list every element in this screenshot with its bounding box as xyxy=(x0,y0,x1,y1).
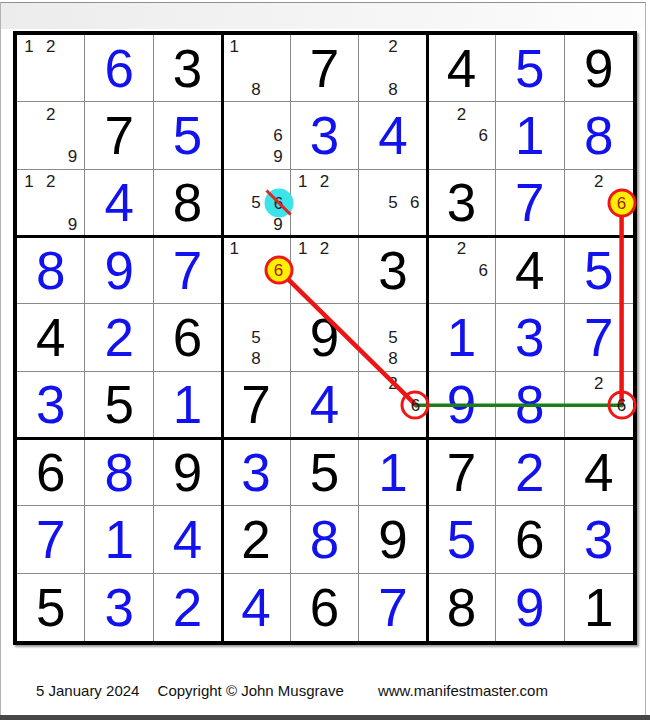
given-digit: 6 xyxy=(496,506,563,572)
solved-digit: 1 xyxy=(85,506,152,572)
given-digit: 6 xyxy=(291,574,358,641)
cell-r6c1[interactable]: 3 xyxy=(17,372,85,439)
solved-digit: 2 xyxy=(154,574,221,641)
candidate-9: 9 xyxy=(62,146,84,167)
cell-r2c3[interactable]: 5 xyxy=(154,102,222,169)
given-digit: 1 xyxy=(565,574,633,641)
solved-digit: 5 xyxy=(154,102,221,168)
given-digit: 8 xyxy=(428,574,495,641)
cell-r2c9[interactable]: 8 xyxy=(565,102,633,169)
candidate-2: 2 xyxy=(588,171,610,192)
window-top-strip xyxy=(1,2,645,29)
candidate-9: 9 xyxy=(62,214,84,235)
solved-digit: 3 xyxy=(17,372,84,438)
pencil-marks: 26 xyxy=(429,238,494,302)
given-digit: 4 xyxy=(428,35,495,101)
cell-r1c4[interactable]: 18 xyxy=(222,35,290,102)
sudoku-board: 1263187284592975693426181294859612563726… xyxy=(13,31,637,645)
cell-r4c7[interactable]: 26 xyxy=(428,237,496,304)
given-digit: 8 xyxy=(154,170,221,236)
solved-digit: 1 xyxy=(428,304,495,370)
cell-r7c3[interactable]: 9 xyxy=(154,439,222,506)
solved-digit: 8 xyxy=(565,102,633,168)
cell-r2c7[interactable]: 26 xyxy=(428,102,496,169)
cell-r8c7[interactable]: 5 xyxy=(428,506,496,573)
cell-r8c4[interactable]: 2 xyxy=(222,506,290,573)
given-digit: 2 xyxy=(222,506,289,572)
cell-r1c9[interactable]: 9 xyxy=(565,35,633,102)
solved-digit: 3 xyxy=(85,574,152,641)
solved-digit: 7 xyxy=(359,574,426,641)
given-digit: 3 xyxy=(359,237,426,303)
candidate-5: 5 xyxy=(245,327,267,348)
solved-digit: 8 xyxy=(291,506,358,572)
pencil-marks: 26 xyxy=(429,103,494,167)
candidate-2: 2 xyxy=(588,373,610,394)
footer-website[interactable]: www.manifestmaster.com xyxy=(378,682,548,699)
cell-r8c9[interactable]: 3 xyxy=(565,506,633,573)
candidate-8: 8 xyxy=(245,348,267,369)
solved-digit: 3 xyxy=(496,304,563,370)
solved-digit: 4 xyxy=(291,372,358,438)
solved-digit: 9 xyxy=(496,574,563,641)
candidate-8: 8 xyxy=(382,79,404,100)
pencil-marks: 129 xyxy=(18,171,83,235)
cell-r8c6[interactable]: 9 xyxy=(359,506,427,573)
cell-r3c8[interactable]: 7 xyxy=(496,170,564,237)
cell-r7c2[interactable]: 8 xyxy=(85,439,153,506)
cell-r9c4[interactable]: 4 xyxy=(222,574,290,641)
given-digit: 7 xyxy=(291,35,358,101)
cell-r8c2[interactable]: 1 xyxy=(85,506,153,573)
candidate-1: 1 xyxy=(292,171,314,192)
given-digit: 7 xyxy=(222,372,289,438)
given-digit: 9 xyxy=(565,35,633,101)
cell-r1c1[interactable]: 12 xyxy=(17,35,85,102)
candidate-1: 1 xyxy=(18,171,40,192)
cell-r7c5[interactable]: 5 xyxy=(291,439,359,506)
solved-digit: 5 xyxy=(496,35,563,101)
cell-r6c9[interactable]: 26 xyxy=(565,372,633,439)
given-digit: 7 xyxy=(85,102,152,168)
candidate-2: 2 xyxy=(382,373,404,394)
cell-r7c6[interactable]: 1 xyxy=(359,439,427,506)
cell-r3c5[interactable]: 12 xyxy=(291,170,359,237)
cell-r6c5[interactable]: 4 xyxy=(291,372,359,439)
candidate-2: 2 xyxy=(40,171,62,192)
cell-r5c1[interactable]: 4 xyxy=(17,304,85,371)
candidate-6: 6 xyxy=(404,192,426,213)
cell-r1c8[interactable]: 5 xyxy=(496,35,564,102)
footer-copyright: Copyright © John Musgrave xyxy=(158,682,344,699)
cell-r3c1[interactable]: 129 xyxy=(17,170,85,237)
box-divider-vertical-1 xyxy=(221,35,224,641)
box-divider-horizontal-2 xyxy=(17,437,633,440)
cell-r4c4[interactable]: 16 xyxy=(222,237,290,304)
solved-digit: 9 xyxy=(428,372,495,438)
candidate-1: 1 xyxy=(223,36,245,57)
cell-r5c4[interactable]: 58 xyxy=(222,304,290,371)
candidate-9: 9 xyxy=(267,146,289,167)
cell-r7c4[interactable]: 3 xyxy=(222,439,290,506)
cell-r2c4[interactable]: 69 xyxy=(222,102,290,169)
cell-r1c6[interactable]: 28 xyxy=(359,35,427,102)
given-digit: 4 xyxy=(565,439,633,505)
solved-digit: 1 xyxy=(496,102,563,168)
cell-r1c7[interactable]: 4 xyxy=(428,35,496,102)
cell-r7c1[interactable]: 6 xyxy=(17,439,85,506)
solved-digit: 7 xyxy=(496,170,563,236)
cell-r7c7[interactable]: 7 xyxy=(428,439,496,506)
pencil-marks: 58 xyxy=(223,305,288,369)
candidate-2: 2 xyxy=(40,103,62,124)
cell-r6c4[interactable]: 7 xyxy=(222,372,290,439)
candidate-6: 6 xyxy=(274,262,283,279)
cell-r5c5[interactable]: 9 xyxy=(291,304,359,371)
cell-r7c8[interactable]: 2 xyxy=(496,439,564,506)
cell-r8c8[interactable]: 6 xyxy=(496,506,564,573)
cell-r7c9[interactable]: 4 xyxy=(565,439,633,506)
candidate-5: 5 xyxy=(382,327,404,348)
solved-digit: 5 xyxy=(565,237,633,303)
cell-r3c2[interactable]: 4 xyxy=(85,170,153,237)
pencil-marks: 18 xyxy=(223,36,288,100)
cell-r1c2[interactable]: 6 xyxy=(85,35,153,102)
given-digit: 7 xyxy=(428,439,495,505)
cell-r1c3[interactable]: 3 xyxy=(154,35,222,102)
solved-digit: 8 xyxy=(17,237,84,303)
candidate-2: 2 xyxy=(382,36,404,57)
solved-digit: 4 xyxy=(359,102,426,168)
solved-digit: 1 xyxy=(154,372,221,438)
cell-r2c8[interactable]: 1 xyxy=(496,102,564,169)
candidate-6: 6 xyxy=(267,125,289,146)
box-divider-horizontal-1 xyxy=(17,235,633,238)
candidate-2: 2 xyxy=(314,171,336,192)
pencil-marks: 12 xyxy=(292,171,357,235)
solved-digit: 4 xyxy=(154,506,221,572)
circle-red-mark: 6 xyxy=(401,390,430,419)
page-right-edge xyxy=(645,2,646,715)
cell-r4c1[interactable]: 8 xyxy=(17,237,85,304)
pencil-marks: 12 xyxy=(18,36,83,100)
box-divider-vertical-2 xyxy=(426,35,429,641)
solved-digit: 9 xyxy=(85,237,152,303)
solved-digit: 6 xyxy=(85,35,152,101)
cell-r6c6[interactable]: 26 xyxy=(359,372,427,439)
given-digit: 9 xyxy=(154,439,221,505)
pencil-marks: 28 xyxy=(360,36,425,100)
cell-r6c7[interactable]: 9 xyxy=(428,372,496,439)
given-digit: 4 xyxy=(496,237,563,303)
cell-r3c3[interactable]: 8 xyxy=(154,170,222,237)
solved-digit: 3 xyxy=(222,439,289,505)
cell-r4c2[interactable]: 9 xyxy=(85,237,153,304)
solved-digit: 8 xyxy=(496,372,563,438)
cell-r2c5[interactable]: 3 xyxy=(291,102,359,169)
given-digit: 5 xyxy=(85,372,152,438)
cyan-slash-mark: 6 xyxy=(264,188,293,217)
cell-r5c6[interactable]: 58 xyxy=(359,304,427,371)
pencil-marks: 56 xyxy=(360,171,425,235)
solved-digit: 3 xyxy=(565,506,633,572)
given-digit: 5 xyxy=(291,439,358,505)
cell-r2c2[interactable]: 7 xyxy=(85,102,153,169)
solved-digit: 1 xyxy=(359,439,426,505)
given-digit: 9 xyxy=(359,506,426,572)
cell-r9c1[interactable]: 5 xyxy=(17,574,85,641)
cell-r6c3[interactable]: 1 xyxy=(154,372,222,439)
candidate-2: 2 xyxy=(450,238,472,259)
cell-r4c5[interactable]: 12 xyxy=(291,237,359,304)
cell-r9c9[interactable]: 1 xyxy=(565,574,633,641)
solved-digit: 8 xyxy=(85,439,152,505)
candidate-6: 6 xyxy=(274,194,283,211)
candidate-2: 2 xyxy=(40,36,62,57)
solved-digit: 7 xyxy=(17,506,84,572)
circle-yellow-mark: 6 xyxy=(264,256,293,285)
page-bottom-strip xyxy=(0,715,650,720)
given-digit: 3 xyxy=(428,170,495,236)
candidate-1: 1 xyxy=(223,238,245,259)
solved-digit: 7 xyxy=(565,304,633,370)
candidate-2: 2 xyxy=(450,103,472,124)
cell-r9c5[interactable]: 6 xyxy=(291,574,359,641)
footer-date: 5 January 2024 xyxy=(36,682,139,699)
cell-r5c2[interactable]: 2 xyxy=(85,304,153,371)
circle-yellow-mark: 6 xyxy=(607,188,636,217)
candidate-1: 1 xyxy=(18,36,40,57)
cell-r3c9[interactable]: 26 xyxy=(565,170,633,237)
cell-r9c2[interactable]: 3 xyxy=(85,574,153,641)
candidate-8: 8 xyxy=(382,348,404,369)
cell-r9c3[interactable]: 2 xyxy=(154,574,222,641)
cell-r5c3[interactable]: 6 xyxy=(154,304,222,371)
candidate-6: 6 xyxy=(617,194,626,211)
page-left-edge xyxy=(0,2,1,720)
candidate-2: 2 xyxy=(314,238,336,259)
cell-r4c9[interactable]: 5 xyxy=(565,237,633,304)
cell-r2c1[interactable]: 29 xyxy=(17,102,85,169)
given-digit: 9 xyxy=(291,304,358,370)
cell-r5c8[interactable]: 3 xyxy=(496,304,564,371)
cell-r4c8[interactable]: 4 xyxy=(496,237,564,304)
candidate-6: 6 xyxy=(617,396,626,413)
cell-r9c6[interactable]: 7 xyxy=(359,574,427,641)
pencil-marks: 12 xyxy=(292,238,357,302)
pencil-marks: 29 xyxy=(18,103,83,167)
circle-red-mark: 6 xyxy=(607,390,636,419)
cell-r9c8[interactable]: 9 xyxy=(496,574,564,641)
cell-r3c6[interactable]: 56 xyxy=(359,170,427,237)
cell-r8c5[interactable]: 8 xyxy=(291,506,359,573)
cell-r4c3[interactable]: 7 xyxy=(154,237,222,304)
cell-r1c5[interactable]: 7 xyxy=(291,35,359,102)
cell-r8c3[interactable]: 4 xyxy=(154,506,222,573)
candidate-8: 8 xyxy=(245,79,267,100)
cell-r6c2[interactable]: 5 xyxy=(85,372,153,439)
cell-r2c6[interactable]: 4 xyxy=(359,102,427,169)
candidate-5: 5 xyxy=(382,192,404,213)
cell-r6c8[interactable]: 8 xyxy=(496,372,564,439)
solved-digit: 4 xyxy=(85,170,152,236)
given-digit: 6 xyxy=(154,304,221,370)
cell-r3c4[interactable]: 596 xyxy=(222,170,290,237)
cell-r4c6[interactable]: 3 xyxy=(359,237,427,304)
solved-digit: 4 xyxy=(222,574,289,641)
cell-r3c7[interactable]: 3 xyxy=(428,170,496,237)
cell-r5c9[interactable]: 7 xyxy=(565,304,633,371)
cell-r5c7[interactable]: 1 xyxy=(428,304,496,371)
solved-digit: 2 xyxy=(85,304,152,370)
pencil-marks: 58 xyxy=(360,305,425,369)
candidate-1: 1 xyxy=(292,238,314,259)
candidate-6: 6 xyxy=(472,125,494,146)
cell-r9c7[interactable]: 8 xyxy=(428,574,496,641)
footer: 5 January 2024 Copyright © John Musgrave… xyxy=(36,682,548,699)
solved-digit: 5 xyxy=(428,506,495,572)
solved-digit: 2 xyxy=(496,439,563,505)
pencil-marks: 69 xyxy=(223,103,288,167)
candidate-6: 6 xyxy=(472,259,494,280)
given-digit: 4 xyxy=(17,304,84,370)
given-digit: 5 xyxy=(17,574,84,641)
cell-r8c1[interactable]: 7 xyxy=(17,506,85,573)
solved-digit: 7 xyxy=(154,237,221,303)
given-digit: 3 xyxy=(154,35,221,101)
solved-digit: 3 xyxy=(291,102,358,168)
candidate-6: 6 xyxy=(411,396,420,413)
given-digit: 6 xyxy=(17,439,84,505)
sudoku-grid: 1263187284592975693426181294859612563726… xyxy=(17,35,633,641)
